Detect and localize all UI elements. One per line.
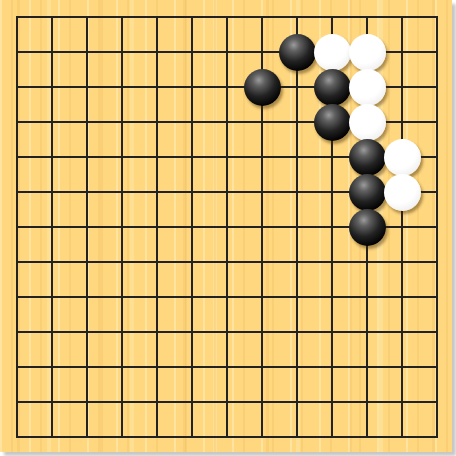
intersection-c3-r11[interactable] bbox=[70, 350, 105, 385]
intersection-c3-r2[interactable] bbox=[70, 35, 105, 70]
intersection-c7-r4[interactable] bbox=[210, 105, 245, 140]
intersection-c9-r12[interactable] bbox=[280, 385, 315, 420]
white-stone bbox=[349, 104, 386, 141]
intersection-c10-r12[interactable] bbox=[315, 385, 350, 420]
white-stone bbox=[349, 69, 386, 106]
intersection-c9-r2[interactable] bbox=[280, 35, 315, 70]
intersection-c13-r4[interactable] bbox=[420, 105, 455, 140]
intersection-c13-r11[interactable] bbox=[420, 350, 455, 385]
intersection-c9-r9[interactable] bbox=[280, 280, 315, 315]
intersection-c3-r5[interactable] bbox=[70, 140, 105, 175]
intersection-c7-r12[interactable] bbox=[210, 385, 245, 420]
intersection-c11-r7[interactable] bbox=[350, 210, 385, 245]
intersection-c13-r7[interactable] bbox=[420, 210, 455, 245]
black-stone bbox=[279, 34, 316, 71]
intersection-c11-r1[interactable] bbox=[350, 0, 385, 35]
white-stone bbox=[384, 174, 421, 211]
intersection-c12-r12[interactable] bbox=[385, 385, 420, 420]
intersection-c1-r11[interactable] bbox=[0, 350, 35, 385]
intersection-c8-r2[interactable] bbox=[245, 35, 280, 70]
intersection-c13-r12[interactable] bbox=[420, 385, 455, 420]
intersection-c5-r4[interactable] bbox=[140, 105, 175, 140]
intersection-c8-r11[interactable] bbox=[245, 350, 280, 385]
intersection-c11-r8[interactable] bbox=[350, 245, 385, 280]
intersection-c8-r9[interactable] bbox=[245, 280, 280, 315]
intersection-c7-r7[interactable] bbox=[210, 210, 245, 245]
intersection-c4-r13[interactable] bbox=[105, 420, 140, 455]
intersection-c3-r8[interactable] bbox=[70, 245, 105, 280]
intersection-c8-r12[interactable] bbox=[245, 385, 280, 420]
intersection-c10-r13[interactable] bbox=[315, 420, 350, 455]
black-stone bbox=[314, 104, 351, 141]
intersection-c1-r7[interactable] bbox=[0, 210, 35, 245]
intersection-c11-r3[interactable] bbox=[350, 70, 385, 105]
intersection-c6-r11[interactable] bbox=[175, 350, 210, 385]
intersection-c6-r7[interactable] bbox=[175, 210, 210, 245]
white-stone bbox=[349, 34, 386, 71]
intersection-c9-r6[interactable] bbox=[280, 175, 315, 210]
intersection-c10-r4[interactable] bbox=[315, 105, 350, 140]
intersection-c12-r1[interactable] bbox=[385, 0, 420, 35]
intersection-c8-r7[interactable] bbox=[245, 210, 280, 245]
intersection-c10-r2[interactable] bbox=[315, 35, 350, 70]
intersection-c12-r3[interactable] bbox=[385, 70, 420, 105]
intersection-c7-r6[interactable] bbox=[210, 175, 245, 210]
intersection-c5-r13[interactable] bbox=[140, 420, 175, 455]
intersection-c6-r4[interactable] bbox=[175, 105, 210, 140]
intersection-c5-r2[interactable] bbox=[140, 35, 175, 70]
intersection-c3-r4[interactable] bbox=[70, 105, 105, 140]
intersection-c6-r6[interactable] bbox=[175, 175, 210, 210]
intersection-c12-r10[interactable] bbox=[385, 315, 420, 350]
intersection-c12-r2[interactable] bbox=[385, 35, 420, 70]
intersection-c12-r13[interactable] bbox=[385, 420, 420, 455]
intersection-c11-r6[interactable] bbox=[350, 175, 385, 210]
intersection-c10-r8[interactable] bbox=[315, 245, 350, 280]
intersection-c3-r10[interactable] bbox=[70, 315, 105, 350]
intersection-c1-r3[interactable] bbox=[0, 70, 35, 105]
black-stone bbox=[349, 209, 386, 246]
intersection-c9-r3[interactable] bbox=[280, 70, 315, 105]
intersection-c8-r1[interactable] bbox=[245, 0, 280, 35]
intersection-c2-r13[interactable] bbox=[35, 420, 70, 455]
intersection-c9-r13[interactable] bbox=[280, 420, 315, 455]
intersection-c1-r8[interactable] bbox=[0, 245, 35, 280]
intersection-c12-r8[interactable] bbox=[385, 245, 420, 280]
intersection-c10-r1[interactable] bbox=[315, 0, 350, 35]
intersection-c10-r10[interactable] bbox=[315, 315, 350, 350]
intersection-c6-r9[interactable] bbox=[175, 280, 210, 315]
intersection-c1-r4[interactable] bbox=[0, 105, 35, 140]
intersection-c1-r2[interactable] bbox=[0, 35, 35, 70]
intersection-c2-r10[interactable] bbox=[35, 315, 70, 350]
intersection-c4-r9[interactable] bbox=[105, 280, 140, 315]
intersection-c8-r5[interactable] bbox=[245, 140, 280, 175]
intersection-c6-r3[interactable] bbox=[175, 70, 210, 105]
intersection-c2-r6[interactable] bbox=[35, 175, 70, 210]
intersection-c10-r9[interactable] bbox=[315, 280, 350, 315]
intersection-c6-r13[interactable] bbox=[175, 420, 210, 455]
intersection-c12-r9[interactable] bbox=[385, 280, 420, 315]
white-stone bbox=[314, 34, 351, 71]
intersection-c11-r12[interactable] bbox=[350, 385, 385, 420]
intersection-c8-r4[interactable] bbox=[245, 105, 280, 140]
go-board[interactable] bbox=[0, 0, 452, 452]
intersection-c4-r1[interactable] bbox=[105, 0, 140, 35]
intersection-c11-r5[interactable] bbox=[350, 140, 385, 175]
intersection-c11-r2[interactable] bbox=[350, 35, 385, 70]
intersection-c1-r13[interactable] bbox=[0, 420, 35, 455]
intersection-c11-r4[interactable] bbox=[350, 105, 385, 140]
intersection-c8-r13[interactable] bbox=[245, 420, 280, 455]
black-stone bbox=[349, 139, 386, 176]
intersection-c3-r3[interactable] bbox=[70, 70, 105, 105]
intersection-c5-r3[interactable] bbox=[140, 70, 175, 105]
intersection-c5-r11[interactable] bbox=[140, 350, 175, 385]
intersection-c8-r6[interactable] bbox=[245, 175, 280, 210]
intersection-c2-r12[interactable] bbox=[35, 385, 70, 420]
intersection-c12-r11[interactable] bbox=[385, 350, 420, 385]
intersection-c10-r5[interactable] bbox=[315, 140, 350, 175]
intersection-c9-r10[interactable] bbox=[280, 315, 315, 350]
intersection-c2-r11[interactable] bbox=[35, 350, 70, 385]
intersection-c10-r3[interactable] bbox=[315, 70, 350, 105]
intersection-c2-r4[interactable] bbox=[35, 105, 70, 140]
intersection-c13-r1[interactable] bbox=[420, 0, 455, 35]
intersection-c3-r13[interactable] bbox=[70, 420, 105, 455]
black-stone bbox=[244, 69, 281, 106]
intersection-c13-r2[interactable] bbox=[420, 35, 455, 70]
black-stone bbox=[314, 69, 351, 106]
intersection-c9-r7[interactable] bbox=[280, 210, 315, 245]
intersection-c6-r10[interactable] bbox=[175, 315, 210, 350]
intersection-c5-r5[interactable] bbox=[140, 140, 175, 175]
intersection-c6-r12[interactable] bbox=[175, 385, 210, 420]
intersection-c1-r6[interactable] bbox=[0, 175, 35, 210]
intersection-c12-r4[interactable] bbox=[385, 105, 420, 140]
intersection-c5-r8[interactable] bbox=[140, 245, 175, 280]
intersection-c10-r6[interactable] bbox=[315, 175, 350, 210]
intersection-c4-r6[interactable] bbox=[105, 175, 140, 210]
intersection-c4-r7[interactable] bbox=[105, 210, 140, 245]
intersection-c9-r1[interactable] bbox=[280, 0, 315, 35]
intersection-c11-r9[interactable] bbox=[350, 280, 385, 315]
intersection-c2-r8[interactable] bbox=[35, 245, 70, 280]
intersection-c1-r9[interactable] bbox=[0, 280, 35, 315]
intersection-c7-r11[interactable] bbox=[210, 350, 245, 385]
intersection-c13-r6[interactable] bbox=[420, 175, 455, 210]
intersection-c5-r1[interactable] bbox=[140, 0, 175, 35]
intersection-c9-r5[interactable] bbox=[280, 140, 315, 175]
intersection-c13-r5[interactable] bbox=[420, 140, 455, 175]
intersection-c13-r3[interactable] bbox=[420, 70, 455, 105]
intersection-c13-r8[interactable] bbox=[420, 245, 455, 280]
intersection-c6-r2[interactable] bbox=[175, 35, 210, 70]
intersection-c3-r7[interactable] bbox=[70, 210, 105, 245]
intersection-c7-r13[interactable] bbox=[210, 420, 245, 455]
intersection-c3-r12[interactable] bbox=[70, 385, 105, 420]
intersection-c11-r10[interactable] bbox=[350, 315, 385, 350]
intersection-c2-r5[interactable] bbox=[35, 140, 70, 175]
intersection-c4-r2[interactable] bbox=[105, 35, 140, 70]
stones-layer bbox=[0, 0, 455, 455]
intersection-c5-r7[interactable] bbox=[140, 210, 175, 245]
intersection-c7-r8[interactable] bbox=[210, 245, 245, 280]
intersection-c3-r1[interactable] bbox=[70, 0, 105, 35]
intersection-c4-r8[interactable] bbox=[105, 245, 140, 280]
intersection-c13-r9[interactable] bbox=[420, 280, 455, 315]
intersection-c2-r3[interactable] bbox=[35, 70, 70, 105]
intersection-c9-r11[interactable] bbox=[280, 350, 315, 385]
intersection-c12-r6[interactable] bbox=[385, 175, 420, 210]
intersection-c4-r4[interactable] bbox=[105, 105, 140, 140]
intersection-c4-r11[interactable] bbox=[105, 350, 140, 385]
intersection-c7-r5[interactable] bbox=[210, 140, 245, 175]
intersection-c2-r9[interactable] bbox=[35, 280, 70, 315]
white-stone bbox=[384, 139, 421, 176]
intersection-c1-r10[interactable] bbox=[0, 315, 35, 350]
intersection-c9-r8[interactable] bbox=[280, 245, 315, 280]
intersection-c13-r10[interactable] bbox=[420, 315, 455, 350]
intersection-c8-r3[interactable] bbox=[245, 70, 280, 105]
intersection-c8-r10[interactable] bbox=[245, 315, 280, 350]
intersection-c1-r12[interactable] bbox=[0, 385, 35, 420]
intersection-c6-r5[interactable] bbox=[175, 140, 210, 175]
intersection-c11-r11[interactable] bbox=[350, 350, 385, 385]
intersection-c7-r10[interactable] bbox=[210, 315, 245, 350]
intersection-c3-r6[interactable] bbox=[70, 175, 105, 210]
intersection-c5-r12[interactable] bbox=[140, 385, 175, 420]
intersection-c7-r3[interactable] bbox=[210, 70, 245, 105]
intersection-c1-r1[interactable] bbox=[0, 0, 35, 35]
intersection-c4-r3[interactable] bbox=[105, 70, 140, 105]
intersection-c12-r7[interactable] bbox=[385, 210, 420, 245]
intersection-c1-r5[interactable] bbox=[0, 140, 35, 175]
black-stone bbox=[349, 174, 386, 211]
intersection-c5-r9[interactable] bbox=[140, 280, 175, 315]
intersection-c6-r8[interactable] bbox=[175, 245, 210, 280]
intersection-c8-r8[interactable] bbox=[245, 245, 280, 280]
intersection-c9-r4[interactable] bbox=[280, 105, 315, 140]
intersection-c4-r5[interactable] bbox=[105, 140, 140, 175]
intersection-c5-r6[interactable] bbox=[140, 175, 175, 210]
intersection-c12-r5[interactable] bbox=[385, 140, 420, 175]
intersection-c3-r9[interactable] bbox=[70, 280, 105, 315]
intersection-c2-r7[interactable] bbox=[35, 210, 70, 245]
intersection-c7-r1[interactable] bbox=[210, 0, 245, 35]
intersection-c4-r10[interactable] bbox=[105, 315, 140, 350]
intersection-c7-r2[interactable] bbox=[210, 35, 245, 70]
intersection-c4-r12[interactable] bbox=[105, 385, 140, 420]
intersection-c10-r11[interactable] bbox=[315, 350, 350, 385]
intersection-c11-r13[interactable] bbox=[350, 420, 385, 455]
intersection-c2-r2[interactable] bbox=[35, 35, 70, 70]
intersection-c2-r1[interactable] bbox=[35, 0, 70, 35]
intersection-c7-r9[interactable] bbox=[210, 280, 245, 315]
intersection-c5-r10[interactable] bbox=[140, 315, 175, 350]
intersection-c6-r1[interactable] bbox=[175, 0, 210, 35]
intersection-c13-r13[interactable] bbox=[420, 420, 455, 455]
intersection-c10-r7[interactable] bbox=[315, 210, 350, 245]
